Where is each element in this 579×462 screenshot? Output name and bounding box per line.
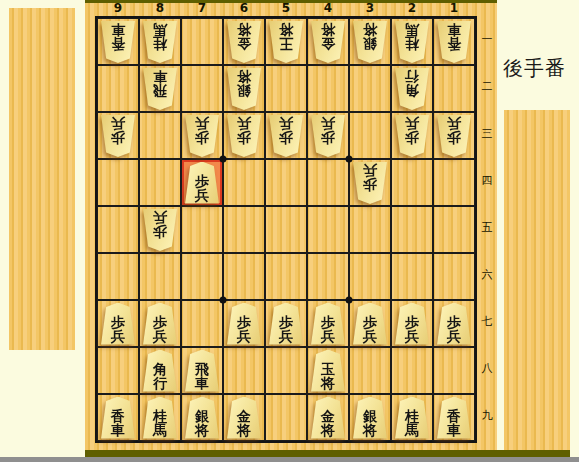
- piece-gote-bishop[interactable]: 角行: [394, 68, 430, 110]
- turn-indicator: 後手番: [503, 55, 577, 82]
- board-square[interactable]: [223, 159, 265, 206]
- board-square[interactable]: 玉将: [307, 347, 349, 394]
- board-square[interactable]: [181, 206, 223, 253]
- board-square[interactable]: 桂馬: [139, 18, 181, 65]
- piece-sente-gold[interactable]: 金将: [310, 397, 346, 439]
- rank-label: 一: [479, 18, 495, 65]
- piece-sente-king[interactable]: 玉将: [310, 350, 346, 392]
- piece-sente-rook[interactable]: 飛車: [184, 350, 220, 392]
- piece-sente-pawn[interactable]: 歩兵: [142, 303, 178, 345]
- piece-sente-pawn[interactable]: 歩兵: [226, 303, 262, 345]
- piece-sente-silver[interactable]: 銀将: [184, 397, 220, 439]
- board-square[interactable]: [391, 206, 433, 253]
- board-square[interactable]: 歩兵: [433, 300, 475, 347]
- board-square[interactable]: [391, 347, 433, 394]
- rank-label: 九: [479, 394, 495, 441]
- piece-gote-pawn[interactable]: 歩兵: [394, 115, 430, 157]
- file-label: 4: [307, 2, 349, 15]
- board-square[interactable]: [97, 159, 139, 206]
- rank-label: 八: [479, 347, 495, 394]
- star-point: [220, 156, 227, 163]
- file-label: 7: [181, 2, 223, 15]
- file-label: 6: [223, 2, 265, 15]
- board-square[interactable]: [265, 394, 307, 441]
- board-square[interactable]: 飛車: [139, 65, 181, 112]
- rank-label: 六: [479, 253, 495, 300]
- piece-gote-pawn[interactable]: 歩兵: [100, 115, 136, 157]
- board-square[interactable]: 歩兵: [433, 112, 475, 159]
- file-label: 2: [391, 2, 433, 15]
- board-square[interactable]: 歩兵: [181, 112, 223, 159]
- board-square[interactable]: 歩兵: [265, 112, 307, 159]
- piece-sente-pawn[interactable]: 歩兵: [310, 303, 346, 345]
- board-square[interactable]: 歩兵: [139, 300, 181, 347]
- board-square[interactable]: 金将: [307, 394, 349, 441]
- board-square[interactable]: 飛車: [181, 347, 223, 394]
- piece-gote-lance[interactable]: 香車: [436, 21, 472, 63]
- shogi-app: 987654321 香車桂馬金将王将金将銀将桂馬香車飛車銀将角行歩兵歩兵歩兵歩兵…: [0, 0, 579, 462]
- board-square[interactable]: [307, 159, 349, 206]
- board-square[interactable]: [349, 65, 391, 112]
- board-square[interactable]: 金将: [223, 18, 265, 65]
- board-square[interactable]: [265, 159, 307, 206]
- board-square[interactable]: 銀将: [349, 18, 391, 65]
- rank-labels: 一二三四五六七八九: [479, 18, 495, 441]
- board-square[interactable]: [391, 159, 433, 206]
- board-square[interactable]: [265, 206, 307, 253]
- board-square[interactable]: 角行: [139, 347, 181, 394]
- piece-gote-pawn[interactable]: 歩兵: [184, 115, 220, 157]
- rank-label: 五: [479, 206, 495, 253]
- board-square[interactable]: 歩兵: [265, 300, 307, 347]
- board-square[interactable]: 桂馬: [391, 394, 433, 441]
- board-edge-bottom: [85, 450, 570, 457]
- board-square[interactable]: [97, 65, 139, 112]
- piece-gote-pawn[interactable]: 歩兵: [268, 115, 304, 157]
- board-square[interactable]: 香車: [97, 18, 139, 65]
- board-square[interactable]: [349, 347, 391, 394]
- board-square[interactable]: [139, 112, 181, 159]
- board-square[interactable]: 銀将: [349, 394, 391, 441]
- board-square[interactable]: [349, 206, 391, 253]
- board-square[interactable]: [433, 65, 475, 112]
- board-square[interactable]: 角行: [391, 65, 433, 112]
- board-square[interactable]: [223, 206, 265, 253]
- board-square[interactable]: 歩兵: [349, 159, 391, 206]
- piece-gote-king[interactable]: 王将: [268, 21, 304, 63]
- gote-komadai: [9, 8, 75, 350]
- board-square[interactable]: 歩兵: [391, 300, 433, 347]
- rank-label: 七: [479, 300, 495, 347]
- piece-gote-gold[interactable]: 金将: [310, 21, 346, 63]
- board-square[interactable]: [307, 65, 349, 112]
- board-square[interactable]: 金将: [307, 18, 349, 65]
- piece-sente-gold[interactable]: 金将: [226, 397, 262, 439]
- piece-sente-knight[interactable]: 桂馬: [142, 397, 178, 439]
- board-square[interactable]: 銀将: [181, 394, 223, 441]
- board-square[interactable]: 香車: [433, 18, 475, 65]
- board-square[interactable]: [97, 253, 139, 300]
- board-square[interactable]: [307, 206, 349, 253]
- board-square[interactable]: [181, 18, 223, 65]
- board-square[interactable]: [391, 253, 433, 300]
- board-square[interactable]: [349, 253, 391, 300]
- board-square[interactable]: 歩兵: [223, 112, 265, 159]
- board-square[interactable]: 歩兵: [181, 159, 223, 206]
- board-square[interactable]: [139, 159, 181, 206]
- board-square[interactable]: [223, 253, 265, 300]
- board-square[interactable]: 歩兵: [139, 206, 181, 253]
- piece-sente-pawn[interactable]: 歩兵: [352, 303, 388, 345]
- piece-gote-rook[interactable]: 飛車: [142, 68, 178, 110]
- board-square[interactable]: 香車: [97, 394, 139, 441]
- shogi-board: 香車桂馬金将王将金将銀将桂馬香車飛車銀将角行歩兵歩兵歩兵歩兵歩兵歩兵歩兵歩兵歩兵…: [95, 16, 477, 443]
- board-square[interactable]: 香車: [433, 394, 475, 441]
- piece-gote-pawn[interactable]: 歩兵: [226, 115, 262, 157]
- board-square[interactable]: 歩兵: [391, 112, 433, 159]
- piece-sente-bishop[interactable]: 角行: [142, 350, 178, 392]
- board-square[interactable]: 金将: [223, 394, 265, 441]
- board-square[interactable]: [265, 347, 307, 394]
- board-square[interactable]: [349, 112, 391, 159]
- window-bottom-edge: [0, 457, 579, 462]
- file-labels: 987654321: [97, 2, 475, 15]
- board-square[interactable]: 歩兵: [349, 300, 391, 347]
- board-square[interactable]: [139, 253, 181, 300]
- file-label: 8: [139, 2, 181, 15]
- board-square[interactable]: [433, 347, 475, 394]
- file-label: 1: [433, 2, 475, 15]
- star-point: [346, 297, 353, 304]
- piece-sente-pawn[interactable]: 歩兵: [394, 303, 430, 345]
- piece-gote-pawn[interactable]: 歩兵: [352, 162, 388, 204]
- board-square[interactable]: 銀将: [223, 65, 265, 112]
- piece-gote-knight[interactable]: 桂馬: [394, 21, 430, 63]
- board-square[interactable]: 歩兵: [97, 300, 139, 347]
- piece-gote-knight[interactable]: 桂馬: [142, 21, 178, 63]
- board-square[interactable]: 歩兵: [307, 112, 349, 159]
- board-square[interactable]: [265, 253, 307, 300]
- board-square[interactable]: [97, 347, 139, 394]
- piece-sente-pawn[interactable]: 歩兵: [268, 303, 304, 345]
- board-square[interactable]: [433, 159, 475, 206]
- file-label: 9: [97, 2, 139, 15]
- piece-gote-gold[interactable]: 金将: [226, 21, 262, 63]
- piece-sente-pawn[interactable]: 歩兵: [100, 303, 136, 345]
- board-square[interactable]: 桂馬: [391, 18, 433, 65]
- board-square[interactable]: [433, 206, 475, 253]
- board-square[interactable]: [223, 347, 265, 394]
- piece-gote-lance[interactable]: 香車: [100, 21, 136, 63]
- board-square[interactable]: [307, 253, 349, 300]
- file-label: 5: [265, 2, 307, 15]
- board-square[interactable]: [433, 253, 475, 300]
- board-square[interactable]: 王将: [265, 18, 307, 65]
- board-square[interactable]: 歩兵: [223, 300, 265, 347]
- piece-sente-lance[interactable]: 香車: [436, 397, 472, 439]
- piece-sente-pawn[interactable]: 歩兵: [184, 162, 220, 204]
- board-square[interactable]: 桂馬: [139, 394, 181, 441]
- rank-label: 四: [479, 159, 495, 206]
- board-square[interactable]: [265, 65, 307, 112]
- star-point: [220, 297, 227, 304]
- piece-gote-pawn[interactable]: 歩兵: [310, 115, 346, 157]
- piece-sente-silver[interactable]: 銀将: [352, 397, 388, 439]
- rank-label: 三: [479, 112, 495, 159]
- piece-sente-pawn[interactable]: 歩兵: [436, 303, 472, 345]
- rank-label: 二: [479, 65, 495, 112]
- piece-gote-pawn[interactable]: 歩兵: [142, 209, 178, 251]
- board-square[interactable]: [181, 300, 223, 347]
- board-square[interactable]: [97, 206, 139, 253]
- board-square[interactable]: [181, 253, 223, 300]
- piece-gote-pawn[interactable]: 歩兵: [436, 115, 472, 157]
- file-label: 3: [349, 2, 391, 15]
- piece-sente-knight[interactable]: 桂馬: [394, 397, 430, 439]
- piece-sente-lance[interactable]: 香車: [100, 397, 136, 439]
- piece-gote-silver[interactable]: 銀将: [226, 68, 262, 110]
- star-point: [346, 156, 353, 163]
- piece-gote-silver[interactable]: 銀将: [352, 21, 388, 63]
- board-square[interactable]: [181, 65, 223, 112]
- sente-komadai: [504, 110, 570, 450]
- board-square[interactable]: 歩兵: [307, 300, 349, 347]
- board-square[interactable]: 歩兵: [97, 112, 139, 159]
